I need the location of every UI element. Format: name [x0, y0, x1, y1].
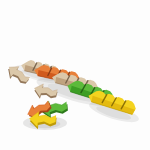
wooden-arrow-pieces-scene	[0, 0, 150, 150]
product-photo-stage: Product photo of zigzag arrow-shaped woo…	[0, 0, 150, 150]
